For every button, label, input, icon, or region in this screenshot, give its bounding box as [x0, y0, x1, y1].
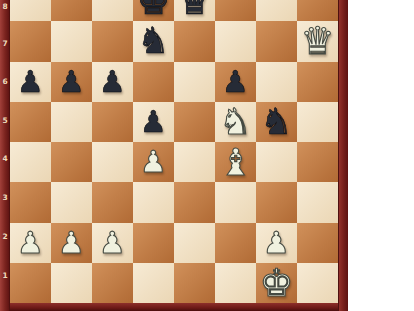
- square-a8[interactable]: [10, 0, 51, 21]
- square-f5[interactable]: ♞: [215, 102, 256, 142]
- board-frame-right: [338, 0, 348, 311]
- board-frame-left: 87654321: [0, 0, 10, 311]
- square-e1[interactable]: [174, 263, 215, 303]
- piece-white-pawn[interactable]: ♟: [58, 228, 85, 258]
- piece-white-pawn[interactable]: ♟: [17, 228, 44, 258]
- square-c8[interactable]: [92, 0, 133, 21]
- square-b7[interactable]: [51, 21, 92, 61]
- square-f7[interactable]: [215, 21, 256, 61]
- board-clip: ♚♛♞♛♟♟♟♟♟♞♞♟♝♟♟♟♟♚: [10, 0, 338, 303]
- chess-app-screenshot: 87654321 ♚♛♞♛♟♟♟♟♟♞♞♟♝♟♟♟♟♚: [0, 0, 414, 311]
- board-frame-bottom: [0, 303, 348, 311]
- square-a4[interactable]: [10, 142, 51, 182]
- square-b2[interactable]: ♟: [51, 223, 92, 263]
- rank-label-1: 1: [0, 272, 10, 280]
- square-h6[interactable]: [297, 62, 338, 102]
- square-d3[interactable]: [133, 182, 174, 222]
- rank-label-3: 3: [0, 194, 10, 202]
- piece-black-knight[interactable]: ♞: [260, 104, 292, 140]
- square-a7[interactable]: [10, 21, 51, 61]
- rank-label-8: 8: [0, 3, 10, 11]
- square-a3[interactable]: [10, 182, 51, 222]
- square-f6[interactable]: ♟: [215, 62, 256, 102]
- square-h3[interactable]: [297, 182, 338, 222]
- piece-black-pawn[interactable]: ♟: [222, 67, 249, 97]
- chess-board: ♚♛♞♛♟♟♟♟♟♞♞♟♝♟♟♟♟♚: [10, 0, 338, 303]
- square-e8[interactable]: ♛: [174, 0, 215, 21]
- square-a5[interactable]: [10, 102, 51, 142]
- piece-black-pawn[interactable]: ♟: [58, 67, 85, 97]
- piece-black-pawn[interactable]: ♟: [17, 67, 44, 97]
- square-e7[interactable]: [174, 21, 215, 61]
- square-h8[interactable]: [297, 0, 338, 21]
- piece-black-king[interactable]: ♚: [136, 0, 170, 20]
- piece-white-pawn[interactable]: ♟: [140, 147, 167, 177]
- piece-black-pawn[interactable]: ♟: [99, 67, 126, 97]
- square-d6[interactable]: [133, 62, 174, 102]
- piece-white-bishop[interactable]: ♝: [219, 144, 252, 181]
- square-a2[interactable]: ♟: [10, 223, 51, 263]
- square-e4[interactable]: [174, 142, 215, 182]
- square-h4[interactable]: [297, 142, 338, 182]
- square-f4[interactable]: ♝: [215, 142, 256, 182]
- square-b4[interactable]: [51, 142, 92, 182]
- square-e5[interactable]: [174, 102, 215, 142]
- square-h5[interactable]: [297, 102, 338, 142]
- square-g2[interactable]: ♟: [256, 223, 297, 263]
- square-c5[interactable]: [92, 102, 133, 142]
- rank-label-2: 2: [0, 233, 10, 241]
- square-g6[interactable]: [256, 62, 297, 102]
- square-a6[interactable]: ♟: [10, 62, 51, 102]
- rank-label-4: 4: [0, 155, 10, 163]
- square-b5[interactable]: [51, 102, 92, 142]
- rank-label-5: 5: [0, 117, 10, 125]
- piece-white-king[interactable]: ♚: [259, 264, 293, 302]
- square-c1[interactable]: [92, 263, 133, 303]
- square-h2[interactable]: [297, 223, 338, 263]
- square-f3[interactable]: [215, 182, 256, 222]
- square-h7[interactable]: ♛: [297, 21, 338, 61]
- square-c7[interactable]: [92, 21, 133, 61]
- piece-black-knight[interactable]: ♞: [137, 23, 169, 59]
- piece-black-queen[interactable]: ♛: [177, 0, 211, 20]
- square-g7[interactable]: [256, 21, 297, 61]
- square-b3[interactable]: [51, 182, 92, 222]
- square-a1[interactable]: [10, 263, 51, 303]
- piece-white-queen[interactable]: ♛: [300, 22, 334, 60]
- piece-white-knight[interactable]: ♞: [219, 104, 251, 140]
- square-d7[interactable]: ♞: [133, 21, 174, 61]
- piece-white-pawn[interactable]: ♟: [99, 228, 126, 258]
- square-c2[interactable]: ♟: [92, 223, 133, 263]
- square-h1[interactable]: [297, 263, 338, 303]
- square-c6[interactable]: ♟: [92, 62, 133, 102]
- square-g5[interactable]: ♞: [256, 102, 297, 142]
- square-e2[interactable]: [174, 223, 215, 263]
- square-e6[interactable]: [174, 62, 215, 102]
- square-d1[interactable]: [133, 263, 174, 303]
- square-g8[interactable]: [256, 0, 297, 21]
- rank-label-6: 6: [0, 78, 10, 86]
- piece-white-pawn[interactable]: ♟: [263, 228, 290, 258]
- square-b6[interactable]: ♟: [51, 62, 92, 102]
- square-d2[interactable]: [133, 223, 174, 263]
- square-g3[interactable]: [256, 182, 297, 222]
- rank-label-7: 7: [0, 40, 10, 48]
- piece-black-pawn[interactable]: ♟: [140, 107, 167, 137]
- square-d8[interactable]: ♚: [133, 0, 174, 21]
- square-f8[interactable]: [215, 0, 256, 21]
- square-g1[interactable]: ♚: [256, 263, 297, 303]
- square-b8[interactable]: [51, 0, 92, 21]
- square-b1[interactable]: [51, 263, 92, 303]
- square-d5[interactable]: ♟: [133, 102, 174, 142]
- square-e3[interactable]: [174, 182, 215, 222]
- square-c4[interactable]: [92, 142, 133, 182]
- square-g4[interactable]: [256, 142, 297, 182]
- square-d4[interactable]: ♟: [133, 142, 174, 182]
- square-f2[interactable]: [215, 223, 256, 263]
- square-c3[interactable]: [92, 182, 133, 222]
- square-f1[interactable]: [215, 263, 256, 303]
